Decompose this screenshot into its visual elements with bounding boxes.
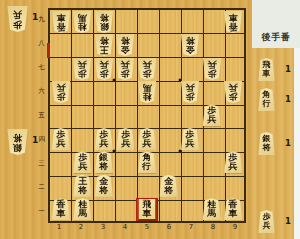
- square-7三[interactable]: [179, 151, 201, 174]
- file-label-6: 6: [158, 223, 180, 234]
- piece-歩兵-gote[interactable]: 歩兵: [73, 151, 92, 173]
- piece-桂馬-gote[interactable]: 桂馬: [73, 198, 92, 220]
- square-9七[interactable]: [222, 57, 244, 80]
- piece-歩兵-sente[interactable]: 歩兵: [137, 58, 156, 80]
- piece-歩兵-sente[interactable]: 歩兵: [202, 58, 221, 80]
- hand-count: 1: [285, 94, 291, 104]
- square-1一[interactable]: 香車: [50, 198, 72, 221]
- rank-labels: 九八七六五四三二一: [36, 8, 47, 223]
- square-6二[interactable]: 金将: [158, 174, 180, 197]
- piece-香車-sente[interactable]: 香車: [51, 11, 70, 33]
- piece-kanji: 馬: [207, 209, 216, 218]
- piece-kanji: 車: [229, 13, 238, 22]
- square-5六[interactable]: 桂馬: [136, 80, 158, 103]
- piece-歩兵-sente[interactable]: 歩兵: [94, 58, 113, 80]
- square-5四[interactable]: 歩兵: [136, 127, 158, 150]
- rank-label-八: 八: [36, 32, 47, 56]
- piece-歩兵-sente[interactable]: 歩兵: [116, 58, 135, 80]
- square-3二[interactable]: 金将: [93, 174, 115, 197]
- square-8一[interactable]: 桂馬: [201, 198, 223, 221]
- square-5二[interactable]: [136, 174, 158, 197]
- square-4四[interactable]: 歩兵: [115, 127, 137, 150]
- piece-kanji: 兵: [99, 139, 108, 148]
- piece-kanji: 兵: [186, 83, 195, 92]
- square-7二[interactable]: [179, 174, 201, 197]
- piece-kanji: 兵: [121, 139, 130, 148]
- piece-kanji: 将: [13, 132, 22, 142]
- square-7五[interactable]: [179, 104, 201, 127]
- square-8三[interactable]: [201, 151, 223, 174]
- piece-kanji: 兵: [78, 162, 87, 171]
- file-label-5: 5: [136, 223, 158, 234]
- piece-王将-sente[interactable]: 王将: [94, 34, 113, 56]
- file-label-3: 3: [92, 223, 114, 234]
- piece-香車-gote[interactable]: 香車: [51, 198, 70, 220]
- gote-hand-角行[interactable]: 角行1: [258, 88, 275, 111]
- piece-kanji: 兵: [143, 139, 152, 148]
- piece-kanji: 兵: [56, 139, 65, 148]
- piece-kanji: 銀: [99, 22, 108, 31]
- piece-kanji: 歩: [13, 19, 22, 29]
- piece-kanji: 将: [99, 13, 108, 22]
- piece-kanji: 将: [99, 186, 108, 195]
- square-4三[interactable]: [115, 151, 137, 174]
- piece-香車-sente[interactable]: 香車: [224, 11, 243, 33]
- hand-count: 1: [285, 216, 291, 226]
- piece-kanji: 兵: [56, 83, 65, 92]
- square-7四[interactable]: 歩兵: [179, 127, 201, 150]
- square-3四[interactable]: 歩兵: [93, 127, 115, 150]
- file-labels: 123456789: [48, 223, 246, 234]
- piece-kanji: 香: [229, 22, 238, 31]
- square-4二[interactable]: [115, 174, 137, 197]
- piece-kanji: 歩: [186, 92, 195, 101]
- square-1六[interactable]: 歩兵: [50, 80, 72, 103]
- square-2一[interactable]: 桂馬: [72, 198, 94, 221]
- square-7八[interactable]: 金将: [179, 33, 201, 56]
- hand-piece-tile[interactable]: 歩兵: [7, 6, 28, 32]
- square-6三[interactable]: [158, 151, 180, 174]
- gote-hand-tray: 飛車1角行1銀将1歩兵1: [252, 48, 294, 239]
- rank-label-三: 三: [36, 151, 47, 175]
- piece-銀将-sente[interactable]: 銀将: [94, 11, 113, 33]
- rank-label-六: 六: [36, 80, 47, 104]
- square-4五[interactable]: [115, 104, 137, 127]
- square-1五[interactable]: [50, 104, 72, 127]
- piece-桂馬-gote[interactable]: 桂馬: [202, 198, 221, 220]
- hand-count: 1: [285, 64, 291, 74]
- piece-桂馬-sente[interactable]: 桂馬: [137, 81, 156, 103]
- rank-label-五: 五: [36, 104, 47, 128]
- hand-piece-tile[interactable]: 銀将: [7, 129, 28, 155]
- piece-kanji: 兵: [207, 59, 216, 68]
- rank-label-七: 七: [36, 56, 47, 80]
- square-1九[interactable]: 香車: [50, 10, 72, 33]
- piece-kanji: 馬: [143, 83, 152, 92]
- piece-kanji: 将: [164, 186, 173, 195]
- square-2八[interactable]: [72, 33, 94, 56]
- square-9一[interactable]: 香車: [222, 198, 244, 221]
- piece-kanji: 兵: [207, 115, 216, 124]
- file-label-2: 2: [70, 223, 92, 234]
- piece-kanji: 将: [99, 36, 108, 45]
- square-7一[interactable]: [179, 198, 201, 221]
- square-6一[interactable]: [158, 198, 180, 221]
- piece-kanji: 車: [143, 209, 152, 218]
- hand-count: 1: [32, 135, 38, 145]
- piece-歩兵-sente[interactable]: 歩兵: [224, 81, 243, 103]
- square-3六[interactable]: [93, 80, 115, 103]
- piece-kanji: 兵: [186, 139, 195, 148]
- square-4一[interactable]: [115, 198, 137, 221]
- piece-kanji: 馬: [78, 209, 87, 218]
- square-6九[interactable]: [158, 10, 180, 33]
- star-point: [113, 150, 116, 153]
- hand-count: 1: [285, 138, 291, 148]
- gote-hand-銀将[interactable]: 銀将1: [258, 132, 275, 155]
- square-4八[interactable]: 金将: [115, 33, 137, 56]
- square-7七[interactable]: [179, 57, 201, 80]
- piece-kanji: 行: [263, 100, 271, 109]
- piece-kanji: 行: [143, 162, 152, 171]
- piece-歩兵-gote[interactable]: 歩兵: [181, 128, 200, 150]
- piece-kanji: 兵: [121, 59, 130, 68]
- sente-hand-銀将[interactable]: 銀将1: [7, 129, 28, 155]
- piece-kanji: 金: [121, 45, 130, 54]
- hand-piece-tile[interactable]: 銀将: [258, 132, 275, 155]
- piece-kanji: 将: [263, 144, 271, 153]
- piece-kanji: 金: [186, 45, 195, 54]
- square-3八[interactable]: 王将: [93, 33, 115, 56]
- hand-piece-tile[interactable]: 角行: [258, 88, 275, 111]
- square-1三[interactable]: [50, 151, 72, 174]
- square-2六[interactable]: [72, 80, 94, 103]
- piece-kanji: 将: [99, 162, 108, 171]
- gote-hand-飛車[interactable]: 飛車1: [258, 58, 275, 81]
- piece-歩兵-gote[interactable]: 歩兵: [202, 104, 221, 126]
- square-3七[interactable]: 歩兵: [93, 57, 115, 80]
- square-9六[interactable]: 歩兵: [222, 80, 244, 103]
- square-6五[interactable]: [158, 104, 180, 127]
- piece-歩兵-sente[interactable]: 歩兵: [51, 81, 70, 103]
- rank-label-二: 二: [36, 175, 47, 199]
- square-2二[interactable]: 王将: [72, 174, 94, 197]
- sente-hand-歩兵[interactable]: 歩兵1: [7, 6, 28, 32]
- piece-歩兵-gote[interactable]: 歩兵: [224, 151, 243, 173]
- panel-edge: [294, 48, 300, 239]
- piece-歩兵-gote[interactable]: 歩兵: [137, 128, 156, 150]
- square-5八[interactable]: [136, 33, 158, 56]
- square-4九[interactable]: [115, 10, 137, 33]
- square-6四[interactable]: [158, 127, 180, 150]
- piece-kanji: 歩: [229, 92, 238, 101]
- square-8九[interactable]: [201, 10, 223, 33]
- piece-kanji: 将: [186, 36, 195, 45]
- file-label-4: 4: [114, 223, 136, 234]
- piece-金将-sente[interactable]: 金将: [181, 34, 200, 56]
- square-3三[interactable]: 銀将: [93, 151, 115, 174]
- gote-hand-歩兵[interactable]: 歩兵1: [258, 210, 275, 233]
- piece-歩兵-gote[interactable]: 歩兵: [51, 128, 70, 150]
- square-7九[interactable]: [179, 10, 201, 33]
- shogi-app: 九八七六五四三二一 香車桂馬銀将香車王将金将金将歩兵歩兵歩兵歩兵歩兵歩兵桂馬歩兵…: [0, 0, 300, 239]
- square-2四[interactable]: [72, 127, 94, 150]
- star-point: [179, 78, 182, 81]
- piece-桂馬-sente[interactable]: 桂馬: [73, 11, 92, 33]
- piece-香車-gote[interactable]: 香車: [224, 198, 243, 220]
- piece-kanji: 兵: [263, 222, 271, 231]
- square-8五[interactable]: 歩兵: [201, 104, 223, 127]
- piece-kanji: 桂: [143, 92, 152, 101]
- shogi-board: 香車桂馬銀将香車王将金将金将歩兵歩兵歩兵歩兵歩兵歩兵桂馬歩兵歩兵歩兵歩兵歩兵歩兵…: [48, 8, 246, 223]
- piece-kanji: 桂: [78, 22, 87, 31]
- piece-角行-gote[interactable]: 角行: [137, 151, 156, 173]
- file-label-8: 8: [202, 223, 224, 234]
- piece-歩兵-sente[interactable]: 歩兵: [73, 58, 92, 80]
- square-5一[interactable]: 飛車: [136, 198, 158, 221]
- piece-kanji: 兵: [99, 59, 108, 68]
- piece-kanji: 車: [229, 209, 238, 218]
- piece-銀将-gote[interactable]: 銀将: [94, 151, 113, 173]
- piece-王将-gote[interactable]: 王将: [73, 175, 92, 197]
- piece-kanji: 兵: [143, 59, 152, 68]
- piece-kanji: 兵: [229, 162, 238, 171]
- square-7六[interactable]: 歩兵: [179, 80, 201, 103]
- square-9二[interactable]: [222, 174, 244, 197]
- square-1二[interactable]: [50, 174, 72, 197]
- piece-kanji: 王: [99, 45, 108, 54]
- piece-金将-gote[interactable]: 金将: [94, 175, 113, 197]
- square-9九[interactable]: 香車: [222, 10, 244, 33]
- turn-label: 後手番: [262, 31, 291, 44]
- rank-label-一: 一: [36, 199, 47, 223]
- square-4七[interactable]: 歩兵: [115, 57, 137, 80]
- square-9五[interactable]: [222, 104, 244, 127]
- piece-歩兵-gote[interactable]: 歩兵: [116, 128, 135, 150]
- square-4六[interactable]: [115, 80, 137, 103]
- piece-金将-sente[interactable]: 金将: [116, 34, 135, 56]
- square-5三[interactable]: 角行: [136, 151, 158, 174]
- piece-kanji: 車: [263, 70, 271, 79]
- square-5九[interactable]: [136, 10, 158, 33]
- square-8七[interactable]: 歩兵: [201, 57, 223, 80]
- turn-indicator: 後手番: [252, 0, 300, 48]
- square-2三[interactable]: 歩兵: [72, 151, 94, 174]
- piece-kanji: 兵: [78, 59, 87, 68]
- hand-piece-tile[interactable]: 歩兵: [258, 210, 275, 233]
- square-1七[interactable]: [50, 57, 72, 80]
- piece-kanji: 歩: [56, 92, 65, 101]
- square-9四[interactable]: [222, 127, 244, 150]
- file-label-7: 7: [180, 223, 202, 234]
- piece-飛車-gote[interactable]: 飛車: [137, 198, 156, 220]
- piece-kanji: 車: [56, 13, 65, 22]
- square-1八[interactable]: [50, 33, 72, 56]
- piece-kanji: 将: [121, 36, 130, 45]
- square-3五[interactable]: [93, 104, 115, 127]
- square-3一[interactable]: [93, 198, 115, 221]
- piece-kanji: 銀: [13, 142, 22, 152]
- square-8二[interactable]: [201, 174, 223, 197]
- square-1四[interactable]: 歩兵: [50, 127, 72, 150]
- piece-歩兵-sente[interactable]: 歩兵: [181, 81, 200, 103]
- square-6八[interactable]: [158, 33, 180, 56]
- square-2七[interactable]: 歩兵: [72, 57, 94, 80]
- piece-金将-gote[interactable]: 金将: [159, 175, 178, 197]
- square-2五[interactable]: [72, 104, 94, 127]
- square-5五[interactable]: [136, 104, 158, 127]
- piece-kanji: 馬: [78, 13, 87, 22]
- square-5七[interactable]: 歩兵: [136, 57, 158, 80]
- file-label-1: 1: [48, 223, 70, 234]
- square-8四[interactable]: [201, 127, 223, 150]
- piece-kanji: 兵: [13, 9, 22, 19]
- square-6七[interactable]: [158, 57, 180, 80]
- square-8六[interactable]: [201, 80, 223, 103]
- edge-marker: [47, 43, 50, 58]
- piece-歩兵-gote[interactable]: 歩兵: [94, 128, 113, 150]
- hand-count: 1: [32, 12, 38, 22]
- piece-kanji: 将: [78, 186, 87, 195]
- star-point: [113, 78, 116, 81]
- piece-kanji: 車: [56, 209, 65, 218]
- square-9三[interactable]: 歩兵: [222, 151, 244, 174]
- square-6六[interactable]: [158, 80, 180, 103]
- star-point: [179, 150, 182, 153]
- file-label-9: 9: [224, 223, 246, 234]
- piece-kanji: 香: [56, 22, 65, 31]
- square-3九[interactable]: 銀将: [93, 10, 115, 33]
- square-8八[interactable]: [201, 33, 223, 56]
- square-9八[interactable]: [222, 33, 244, 56]
- hand-piece-tile[interactable]: 飛車: [258, 58, 275, 81]
- square-2九[interactable]: 桂馬: [72, 10, 94, 33]
- piece-kanji: 兵: [229, 83, 238, 92]
